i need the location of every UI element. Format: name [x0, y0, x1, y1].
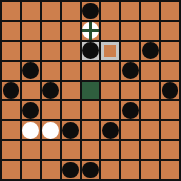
cell-r2c8[interactable]	[161, 42, 179, 60]
cell-r3c5[interactable]	[101, 62, 119, 80]
cell-r8c0[interactable]	[2, 161, 20, 179]
cell-r5c0[interactable]	[2, 101, 20, 119]
cell-r6c2[interactable]	[42, 121, 60, 139]
cell-r5c6[interactable]	[121, 101, 139, 119]
cell-r8c2[interactable]	[42, 161, 60, 179]
cell-r8c5[interactable]	[101, 161, 119, 179]
cell-r4c2[interactable]	[42, 82, 60, 100]
black-stone	[162, 82, 179, 99]
cell-r1c5[interactable]	[101, 22, 119, 40]
cell-r6c3[interactable]	[62, 121, 80, 139]
black-stone	[62, 162, 79, 179]
cell-r5c3[interactable]	[62, 101, 80, 119]
cell-r6c4[interactable]	[82, 121, 100, 139]
black-stone	[82, 162, 99, 179]
cell-r4c3[interactable]	[62, 82, 80, 100]
cell-r6c1[interactable]	[22, 121, 40, 139]
cell-r3c1[interactable]	[22, 62, 40, 80]
cell-r0c7[interactable]	[141, 2, 159, 20]
cell-r0c3[interactable]	[62, 2, 80, 20]
cell-r6c7[interactable]	[141, 121, 159, 139]
cell-r0c2[interactable]	[42, 2, 60, 20]
cell-r3c4[interactable]	[82, 62, 100, 80]
cell-r4c8[interactable]	[161, 82, 179, 100]
cell-r3c0[interactable]	[2, 62, 20, 80]
cell-r0c8[interactable]	[161, 2, 179, 20]
cell-r0c0[interactable]	[2, 2, 20, 20]
cell-r8c7[interactable]	[141, 161, 159, 179]
cell-r7c2[interactable]	[42, 141, 60, 159]
cell-r1c8[interactable]	[161, 22, 179, 40]
cell-r2c0[interactable]	[2, 42, 20, 60]
cell-r2c5[interactable]	[101, 42, 119, 60]
cell-r7c1[interactable]	[22, 141, 40, 159]
cell-r3c7[interactable]	[141, 62, 159, 80]
cell-r2c1[interactable]	[22, 42, 40, 60]
cell-r8c1[interactable]	[22, 161, 40, 179]
black-stone	[82, 3, 99, 20]
cell-r8c3[interactable]	[62, 161, 80, 179]
black-stone	[102, 122, 119, 139]
black-stone	[62, 122, 79, 139]
cell-r3c3[interactable]	[62, 62, 80, 80]
cell-r5c1[interactable]	[22, 101, 40, 119]
cell-r6c5[interactable]	[101, 121, 119, 139]
cell-r0c1[interactable]	[22, 2, 40, 20]
cell-r5c2[interactable]	[42, 101, 60, 119]
cell-r4c7[interactable]	[141, 82, 159, 100]
black-stone	[82, 42, 99, 59]
cell-r4c0[interactable]	[2, 82, 20, 100]
white-stone	[22, 122, 39, 139]
cell-r1c1[interactable]	[22, 22, 40, 40]
black-stone	[122, 62, 139, 79]
cell-r7c8[interactable]	[161, 141, 179, 159]
cell-r8c8[interactable]	[161, 161, 179, 179]
cell-r4c4[interactable]	[82, 82, 100, 100]
white-stone	[42, 122, 59, 139]
black-stone	[22, 102, 39, 119]
cell-r0c5[interactable]	[101, 2, 119, 20]
cell-r7c7[interactable]	[141, 141, 159, 159]
cell-r8c6[interactable]	[121, 161, 139, 179]
game-board	[0, 0, 181, 181]
cell-r4c5[interactable]	[101, 82, 119, 100]
cell-r7c5[interactable]	[101, 141, 119, 159]
black-stone	[42, 82, 59, 99]
black-stone	[122, 102, 139, 119]
cell-r3c8[interactable]	[161, 62, 179, 80]
cell-r1c4[interactable]	[82, 22, 100, 40]
cell-r6c0[interactable]	[2, 121, 20, 139]
cell-r5c4[interactable]	[82, 101, 100, 119]
cell-r4c1[interactable]	[22, 82, 40, 100]
cell-r1c3[interactable]	[62, 22, 80, 40]
cell-r1c7[interactable]	[141, 22, 159, 40]
cell-r6c6[interactable]	[121, 121, 139, 139]
cell-r1c6[interactable]	[121, 22, 139, 40]
cell-r5c7[interactable]	[141, 101, 159, 119]
cell-r2c2[interactable]	[42, 42, 60, 60]
cell-r2c3[interactable]	[62, 42, 80, 60]
cell-r3c2[interactable]	[42, 62, 60, 80]
cross-marker-icon	[82, 29, 100, 32]
cell-r8c4[interactable]	[82, 161, 100, 179]
cell-r2c6[interactable]	[121, 42, 139, 60]
cell-r2c7[interactable]	[141, 42, 159, 60]
black-stone	[22, 62, 39, 79]
cell-r4c6[interactable]	[121, 82, 139, 100]
black-stone	[3, 82, 20, 99]
cell-r7c3[interactable]	[62, 141, 80, 159]
cell-r1c0[interactable]	[2, 22, 20, 40]
cell-r1c2[interactable]	[42, 22, 60, 40]
cell-r3c6[interactable]	[121, 62, 139, 80]
cell-r7c6[interactable]	[121, 141, 139, 159]
cell-r2c4[interactable]	[82, 42, 100, 60]
cell-r0c6[interactable]	[121, 2, 139, 20]
cell-r7c4[interactable]	[82, 141, 100, 159]
cell-r0c4[interactable]	[82, 2, 100, 20]
cell-r6c8[interactable]	[161, 121, 179, 139]
cell-r5c5[interactable]	[101, 101, 119, 119]
cell-r5c8[interactable]	[161, 101, 179, 119]
black-stone	[142, 42, 159, 59]
cell-r7c0[interactable]	[2, 141, 20, 159]
